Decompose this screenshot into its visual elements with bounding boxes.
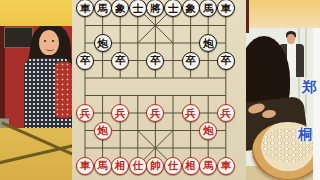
- piece-red-相: 相: [182, 157, 200, 175]
- yellow-band-left: [0, 0, 72, 26]
- piece-black-車: 車: [76, 0, 94, 17]
- piece-red-仕: 仕: [129, 157, 147, 175]
- piece-red-兵: 兵: [76, 104, 94, 122]
- woman-red-sleeve: [55, 62, 72, 118]
- piece-black-馬: 馬: [94, 0, 112, 17]
- woman-face: [39, 30, 59, 55]
- piece-red-相: 相: [111, 157, 129, 175]
- piece-black-車: 車: [217, 0, 235, 17]
- piece-red-兵: 兵: [111, 104, 129, 122]
- piece-black-炮: 炮: [94, 34, 112, 52]
- watermark-char-2: 桐: [298, 126, 312, 144]
- video-thumbnail: 車馬象士將士象馬車炮炮卒卒卒卒卒兵兵兵兵兵炮炮車馬相仕帥仕相馬車 郑 桐: [0, 0, 320, 180]
- door-frame-line: [305, 26, 307, 114]
- piece-black-士: 士: [164, 0, 182, 17]
- piece-red-兵: 兵: [146, 104, 164, 122]
- piece-red-兵: 兵: [182, 104, 200, 122]
- piece-red-馬: 馬: [94, 157, 112, 175]
- piece-black-卒: 卒: [111, 52, 129, 70]
- piece-black-炮: 炮: [199, 34, 217, 52]
- piece-black-卒: 卒: [182, 52, 200, 70]
- piece-black-卒: 卒: [76, 52, 94, 70]
- piece-red-車: 車: [217, 157, 235, 175]
- piece-black-士: 士: [129, 0, 147, 17]
- piece-black-卒: 卒: [146, 52, 164, 70]
- piece-red-車: 車: [76, 157, 94, 175]
- piece-red-炮: 炮: [94, 122, 112, 140]
- woman-eye-right: [52, 40, 54, 42]
- window: [4, 27, 33, 48]
- yellow-band-right: [246, 0, 320, 28]
- piece-black-象: 象: [111, 0, 129, 17]
- piece-black-將: 將: [146, 0, 164, 17]
- right-edge-strip: [313, 26, 320, 180]
- pieces-grid: 車馬象士將士象馬車炮炮卒卒卒卒卒兵兵兵兵兵炮炮車馬相仕帥仕相馬車: [76, 0, 234, 174]
- woman-eye-left: [44, 40, 46, 42]
- piece-black-馬: 馬: [199, 0, 217, 17]
- piece-red-馬: 馬: [199, 157, 217, 175]
- piece-red-兵: 兵: [217, 104, 235, 122]
- man-face: [287, 34, 295, 44]
- watermark-char-1: 郑: [302, 78, 317, 97]
- woman-smile: [46, 46, 54, 51]
- piece-red-帥: 帥: [146, 157, 164, 175]
- piece-red-仕: 仕: [164, 157, 182, 175]
- piece-black-象: 象: [182, 0, 200, 17]
- left-photo: [0, 0, 72, 180]
- piece-red-炮: 炮: [199, 122, 217, 140]
- piece-black-卒: 卒: [217, 52, 235, 70]
- xiangqi-board: 車馬象士將士象馬車炮炮卒卒卒卒卒兵兵兵兵兵炮炮車馬相仕帥仕相馬車: [72, 0, 246, 180]
